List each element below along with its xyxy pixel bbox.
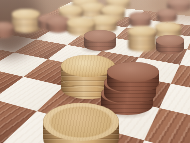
piece-disc <box>84 30 116 51</box>
piece-top <box>156 35 184 46</box>
piece-top <box>43 103 119 141</box>
piece-disc <box>128 26 156 44</box>
piece-disc <box>43 103 119 143</box>
piece-top <box>155 22 181 32</box>
piece-top <box>167 0 190 6</box>
piece-top <box>67 17 95 28</box>
pieces-layer <box>0 0 190 143</box>
piece-disc <box>156 35 184 54</box>
piece-top <box>12 9 40 19</box>
piece-top <box>128 26 156 36</box>
piece-disc <box>107 62 159 93</box>
piece-top <box>59 5 83 14</box>
piece-disc <box>0 22 14 38</box>
piece-top <box>0 22 14 31</box>
piece-top <box>84 30 116 42</box>
piece-top <box>129 12 151 21</box>
piece-disc <box>157 9 177 23</box>
checkers-photo <box>0 0 190 143</box>
piece-disc <box>12 9 40 26</box>
piece-top <box>101 5 125 14</box>
piece-top <box>157 9 177 17</box>
piece-top <box>107 62 159 82</box>
